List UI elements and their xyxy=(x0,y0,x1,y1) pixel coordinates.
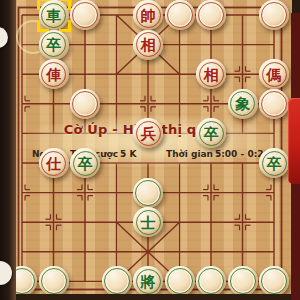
piece-glyph: 將 xyxy=(141,274,156,289)
piece-face: 帥 xyxy=(136,3,161,28)
hidden-piece-red-c8r3[interactable] xyxy=(259,89,289,119)
piece-face xyxy=(198,2,224,28)
piece-green-c2r5[interactable]: 卒 xyxy=(70,148,100,178)
piece-glyph: 相 xyxy=(141,38,156,53)
game-screen: Cờ Úp - Hiển thị quân Ng Tiền cược : 5 K… xyxy=(0,0,300,300)
bet-value: 5 K xyxy=(120,149,136,159)
piece-face: 卒 xyxy=(73,151,98,176)
piece-green-c1r0[interactable]: 車 xyxy=(39,0,69,30)
left-edge-button-top[interactable] xyxy=(0,27,8,48)
piece-glyph: 俥 xyxy=(46,67,61,82)
piece-face: 傌 xyxy=(262,62,287,87)
piece-glyph: 士 xyxy=(141,215,156,230)
piece-red-c8r2[interactable]: 傌 xyxy=(259,59,289,89)
piece-face: 卒 xyxy=(262,151,287,176)
piece-glyph: 帥 xyxy=(141,8,156,23)
piece-face xyxy=(230,268,256,294)
piece-red-c4r0[interactable]: 帥 xyxy=(133,0,163,30)
left-edge-panel xyxy=(0,0,16,300)
hidden-piece-red-c2r3[interactable] xyxy=(70,89,100,119)
piece-face xyxy=(261,268,287,294)
hidden-piece-red-c2r0[interactable] xyxy=(70,0,100,30)
piece-face xyxy=(198,268,224,294)
hidden-piece-green-c4r6[interactable] xyxy=(133,178,163,208)
piece-face xyxy=(135,180,161,206)
piece-face: 相 xyxy=(136,32,161,57)
piece-face: 俥 xyxy=(41,62,66,87)
piece-glyph: 卒 xyxy=(78,156,93,171)
piece-face: 士 xyxy=(136,210,161,235)
piece-glyph: 兵 xyxy=(141,126,156,141)
piece-glyph: 象 xyxy=(235,97,250,112)
time-label: Thời gian : xyxy=(166,149,220,159)
piece-face xyxy=(167,268,193,294)
left-edge-button-bottom[interactable] xyxy=(0,261,12,285)
piece-face: 仕 xyxy=(41,151,66,176)
hidden-piece-green-c7r9[interactable] xyxy=(228,266,258,296)
piece-glyph: 卒 xyxy=(267,156,282,171)
piece-red-c1r5[interactable]: 仕 xyxy=(39,148,69,178)
hidden-piece-red-c5r0[interactable] xyxy=(165,0,195,30)
hidden-piece-green-c5r9[interactable] xyxy=(165,266,195,296)
piece-face: 兵 xyxy=(136,121,161,146)
piece-face: 相 xyxy=(199,62,224,87)
piece-face: 將 xyxy=(136,269,161,294)
piece-green-c1r1[interactable]: 卒 xyxy=(39,30,69,60)
piece-face xyxy=(41,268,67,294)
piece-face xyxy=(72,91,98,117)
hidden-piece-red-c8r0[interactable] xyxy=(259,0,289,30)
piece-red-c4r1[interactable]: 相 xyxy=(133,30,163,60)
piece-glyph: 仕 xyxy=(46,156,61,171)
piece-green-c7r3[interactable]: 象 xyxy=(228,89,258,119)
piece-face: 卒 xyxy=(41,32,66,57)
piece-red-c6r2[interactable]: 相 xyxy=(196,59,226,89)
piece-glyph: 車 xyxy=(46,8,61,23)
right-edge-button[interactable] xyxy=(288,98,300,184)
piece-face xyxy=(261,91,287,117)
piece-glyph: 傌 xyxy=(267,67,282,82)
piece-face: 車 xyxy=(41,3,66,28)
piece-red-c1r2[interactable]: 俥 xyxy=(39,59,69,89)
piece-green-c4r7[interactable]: 士 xyxy=(133,207,163,237)
hidden-piece-green-c1r9[interactable] xyxy=(39,266,69,296)
piece-face: 卒 xyxy=(199,121,224,146)
hidden-piece-red-c6r0[interactable] xyxy=(196,0,226,30)
piece-glyph: 卒 xyxy=(204,126,219,141)
bottom-edge-strip xyxy=(16,294,291,300)
piece-face xyxy=(72,2,98,28)
piece-face xyxy=(167,2,193,28)
piece-glyph: 相 xyxy=(204,67,219,82)
piece-glyph: 卒 xyxy=(46,38,61,53)
hidden-piece-green-c3r9[interactable] xyxy=(102,266,132,296)
piece-face xyxy=(104,268,130,294)
piece-face xyxy=(261,2,287,28)
piece-face: 象 xyxy=(230,91,255,116)
piece-green-c8r5[interactable]: 卒 xyxy=(259,148,289,178)
